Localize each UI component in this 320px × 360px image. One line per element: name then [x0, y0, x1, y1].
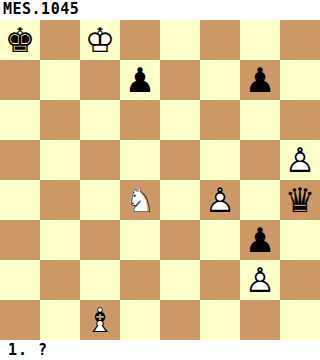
square-h6[interactable] [280, 100, 320, 140]
square-c4[interactable] [80, 180, 120, 220]
square-g7[interactable]: ♟ [240, 60, 280, 100]
black-queen: ♛ [280, 180, 320, 220]
chess-puzzle-page: MES.1045 ♚♚♔♟♟♟♙♞♘♟♙♛♟♟♙♝♗ 1. ? [0, 0, 320, 360]
square-f7[interactable] [200, 60, 240, 100]
white-pawn: ♙ [200, 180, 240, 220]
square-a3[interactable] [0, 220, 40, 260]
square-b4[interactable] [40, 180, 80, 220]
square-b6[interactable] [40, 100, 80, 140]
square-a4[interactable] [0, 180, 40, 220]
square-f5[interactable] [200, 140, 240, 180]
square-d7[interactable]: ♟ [120, 60, 160, 100]
square-e5[interactable] [160, 140, 200, 180]
square-g6[interactable] [240, 100, 280, 140]
black-pawn: ♟ [240, 60, 280, 100]
square-d2[interactable] [120, 260, 160, 300]
square-e6[interactable] [160, 100, 200, 140]
square-d4[interactable]: ♞♘ [120, 180, 160, 220]
square-f1[interactable] [200, 300, 240, 340]
square-c3[interactable] [80, 220, 120, 260]
square-a2[interactable] [0, 260, 40, 300]
square-a8[interactable]: ♚ [0, 20, 40, 60]
chess-board: ♚♚♔♟♟♟♙♞♘♟♙♛♟♟♙♝♗ [0, 20, 320, 340]
square-g8[interactable] [240, 20, 280, 60]
puzzle-id: MES.1045 [0, 0, 320, 20]
square-h7[interactable] [280, 60, 320, 100]
square-f6[interactable] [200, 100, 240, 140]
square-a7[interactable] [0, 60, 40, 100]
square-h8[interactable] [280, 20, 320, 60]
square-g5[interactable] [240, 140, 280, 180]
white-pawn: ♙ [280, 140, 320, 180]
square-h3[interactable] [280, 220, 320, 260]
square-c7[interactable] [80, 60, 120, 100]
square-c1[interactable]: ♝♗ [80, 300, 120, 340]
square-d1[interactable] [120, 300, 160, 340]
square-a5[interactable] [0, 140, 40, 180]
square-f2[interactable] [200, 260, 240, 300]
square-e2[interactable] [160, 260, 200, 300]
square-f3[interactable] [200, 220, 240, 260]
square-d8[interactable] [120, 20, 160, 60]
square-e3[interactable] [160, 220, 200, 260]
square-f8[interactable] [200, 20, 240, 60]
square-b5[interactable] [40, 140, 80, 180]
white-king: ♔ [80, 20, 120, 60]
square-c6[interactable] [80, 100, 120, 140]
square-h5[interactable]: ♟♙ [280, 140, 320, 180]
square-b8[interactable] [40, 20, 80, 60]
square-h1[interactable] [280, 300, 320, 340]
square-c8[interactable]: ♚♔ [80, 20, 120, 60]
black-pawn: ♟ [120, 60, 160, 100]
white-bishop: ♗ [80, 300, 120, 340]
square-e7[interactable] [160, 60, 200, 100]
square-g4[interactable] [240, 180, 280, 220]
square-b2[interactable] [40, 260, 80, 300]
square-d5[interactable] [120, 140, 160, 180]
white-pawn: ♙ [240, 260, 280, 300]
square-e4[interactable] [160, 180, 200, 220]
square-e1[interactable] [160, 300, 200, 340]
square-c2[interactable] [80, 260, 120, 300]
square-b3[interactable] [40, 220, 80, 260]
square-e8[interactable] [160, 20, 200, 60]
square-c5[interactable] [80, 140, 120, 180]
white-knight: ♘ [120, 180, 160, 220]
square-d6[interactable] [120, 100, 160, 140]
square-g3[interactable]: ♟ [240, 220, 280, 260]
black-king: ♚ [0, 20, 40, 60]
square-b7[interactable] [40, 60, 80, 100]
black-pawn: ♟ [240, 220, 280, 260]
square-b1[interactable] [40, 300, 80, 340]
square-h4[interactable]: ♛ [280, 180, 320, 220]
square-g2[interactable]: ♟♙ [240, 260, 280, 300]
square-a1[interactable] [0, 300, 40, 340]
square-g1[interactable] [240, 300, 280, 340]
square-f4[interactable]: ♟♙ [200, 180, 240, 220]
square-a6[interactable] [0, 100, 40, 140]
move-prompt: 1. ? [0, 340, 320, 360]
square-d3[interactable] [120, 220, 160, 260]
square-h2[interactable] [280, 260, 320, 300]
